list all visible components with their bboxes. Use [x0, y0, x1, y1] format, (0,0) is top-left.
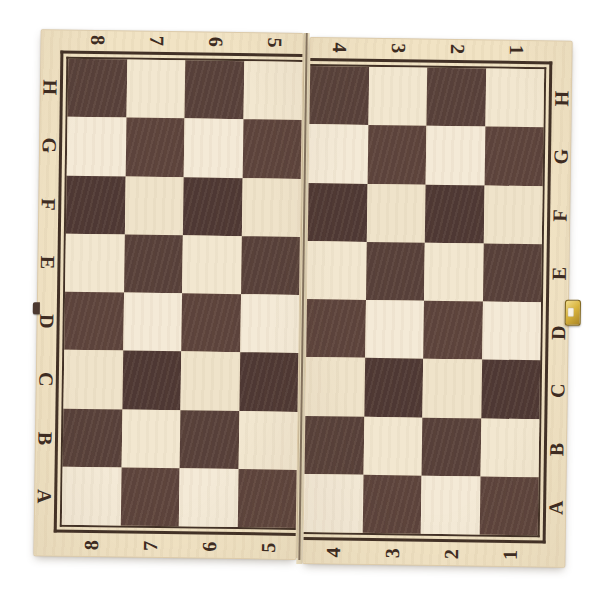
- board-square[interactable]: [241, 236, 300, 295]
- board-square[interactable]: [66, 175, 125, 234]
- square-grid-right: [304, 66, 544, 535]
- board-square[interactable]: [365, 242, 424, 301]
- board-square[interactable]: [180, 352, 239, 411]
- board-square[interactable]: [123, 292, 182, 351]
- board-square[interactable]: [364, 358, 423, 417]
- board-square[interactable]: [122, 351, 181, 410]
- board-square[interactable]: [479, 476, 538, 535]
- board-square[interactable]: [422, 359, 481, 418]
- board-square[interactable]: [180, 410, 239, 469]
- board-square[interactable]: [481, 360, 540, 419]
- board-square[interactable]: [485, 69, 544, 128]
- board-square[interactable]: [425, 184, 484, 243]
- board-square[interactable]: [242, 119, 301, 178]
- board-square[interactable]: [304, 474, 363, 533]
- chessboard: 8 7 6 5 H G F E D C B A 8 7 6 5: [33, 29, 572, 567]
- photo-background: 8 7 6 5 H G F E D C B A 8 7 6 5: [0, 0, 600, 600]
- playfield-inner-border: [60, 57, 303, 530]
- square-grid-left: [62, 59, 302, 528]
- board-square[interactable]: [421, 475, 480, 534]
- board-square[interactable]: [239, 352, 298, 411]
- board-square[interactable]: [482, 302, 541, 361]
- board-square[interactable]: [423, 301, 482, 360]
- board-square[interactable]: [62, 466, 121, 525]
- board-square[interactable]: [185, 60, 244, 119]
- board-square[interactable]: [362, 475, 421, 534]
- board-square[interactable]: [124, 234, 183, 293]
- board-square[interactable]: [308, 183, 367, 242]
- board-square[interactable]: [182, 235, 241, 294]
- board-square[interactable]: [67, 117, 126, 176]
- board-square[interactable]: [238, 411, 297, 470]
- board-square[interactable]: [309, 66, 368, 125]
- board-square[interactable]: [63, 350, 122, 409]
- board-square[interactable]: [422, 417, 481, 476]
- board-square[interactable]: [307, 241, 366, 300]
- board-square[interactable]: [68, 59, 127, 118]
- board-square[interactable]: [367, 125, 426, 184]
- board-square[interactable]: [64, 292, 123, 351]
- board-square[interactable]: [125, 118, 184, 177]
- board-square[interactable]: [426, 68, 485, 127]
- board-square[interactable]: [179, 468, 238, 527]
- board-square[interactable]: [482, 243, 541, 302]
- board-square[interactable]: [124, 176, 183, 235]
- board-square[interactable]: [424, 242, 483, 301]
- board-square[interactable]: [363, 416, 422, 475]
- brass-latch-icon: [565, 300, 581, 326]
- board-square[interactable]: [121, 409, 180, 468]
- board-square[interactable]: [309, 124, 368, 183]
- playfield-inner-border: [304, 64, 547, 537]
- board-square[interactable]: [183, 177, 242, 236]
- board-square[interactable]: [426, 126, 485, 185]
- playfield-border: [54, 51, 303, 536]
- board-square[interactable]: [184, 119, 243, 178]
- board-square[interactable]: [181, 293, 240, 352]
- board-square[interactable]: [241, 178, 300, 237]
- board-square[interactable]: [366, 183, 425, 242]
- board-square[interactable]: [243, 61, 302, 120]
- hinge-clasp-icon: [33, 302, 40, 314]
- board-square[interactable]: [63, 408, 122, 467]
- board-right-panel: 4 3 2 1 H G F E D C B A 4 3 2 1: [302, 37, 572, 568]
- board-square[interactable]: [365, 300, 424, 359]
- board-square[interactable]: [305, 416, 364, 475]
- board-square[interactable]: [480, 418, 539, 477]
- board-square[interactable]: [306, 299, 365, 358]
- board-square[interactable]: [484, 127, 543, 186]
- board-square[interactable]: [237, 469, 296, 528]
- board-square[interactable]: [483, 185, 542, 244]
- board-left-panel: 8 7 6 5 H G F E D C B A 8 7 6 5: [33, 29, 303, 560]
- board-square[interactable]: [120, 467, 179, 526]
- board-square[interactable]: [368, 67, 427, 126]
- board-square[interactable]: [126, 60, 185, 119]
- board-square[interactable]: [240, 294, 299, 353]
- board-square[interactable]: [305, 357, 364, 416]
- playfield-border: [304, 58, 553, 543]
- board-square[interactable]: [65, 233, 124, 292]
